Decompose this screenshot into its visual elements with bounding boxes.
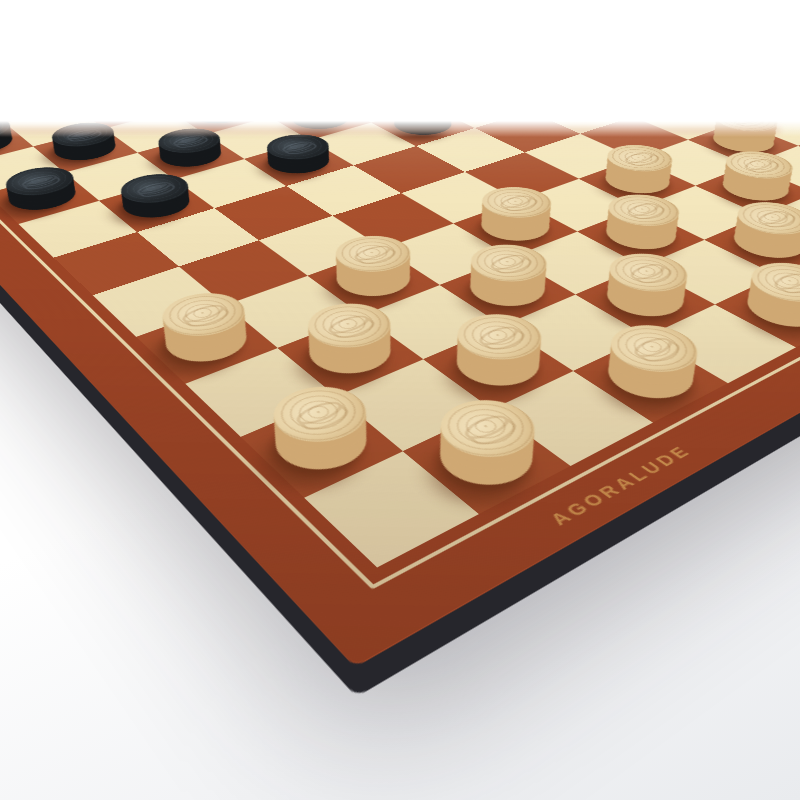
- white-draughts-man-glyph: ⛀: [484, 188, 550, 218]
- white-draughts-man-glyph: ⛀: [167, 294, 241, 335]
- dark-piece[interactable]: ⛂: [150, 139, 233, 174]
- white-draughts-man-glyph: ⛀: [277, 388, 363, 441]
- dark-piece[interactable]: ⛂: [257, 145, 342, 181]
- white-draughts-man-glyph: ⛀: [338, 236, 408, 271]
- dark-piece[interactable]: ⛂: [112, 185, 201, 226]
- photo-background: ⛂⛂⛂⛂⛂⛂⛂⛂⛂⛂⛂⛂⛂⛂⛂⛂⛂⛂⛂⛂⛀⛀⛀⛀⛀⛀⛀⛀⛀⛀⛀⛀⛀⛀⛀⛀⛀⛀⛀⛀…: [0, 0, 800, 800]
- background-top-crop: [0, 0, 800, 140]
- white-draughts-man-glyph: ⛀: [473, 245, 545, 281]
- white-draughts-man-glyph: ⛀: [443, 401, 532, 456]
- white-draughts-man-glyph: ⛀: [311, 304, 388, 346]
- white-draughts-man-glyph: ⛀: [460, 315, 540, 359]
